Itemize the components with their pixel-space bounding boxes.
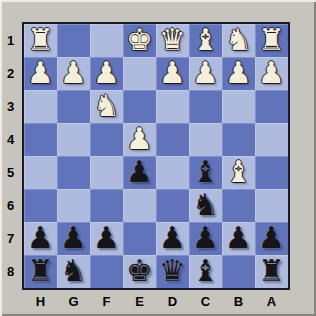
square-e8[interactable]: ♚ <box>123 255 156 288</box>
white-pawn[interactable]: ♟ <box>159 58 186 88</box>
square-a5[interactable] <box>255 156 288 189</box>
file-label-h: H <box>24 291 57 311</box>
square-a8[interactable]: ♜ <box>255 255 288 288</box>
black-king[interactable]: ♚ <box>126 256 153 286</box>
square-a6[interactable] <box>255 189 288 222</box>
square-f8[interactable] <box>90 255 123 288</box>
rank-label-2: 2 <box>0 57 21 90</box>
rank-labels: 12345678 <box>0 24 21 288</box>
square-h4[interactable] <box>24 123 57 156</box>
square-g7[interactable]: ♟ <box>57 222 90 255</box>
square-e7[interactable] <box>123 222 156 255</box>
square-d6[interactable] <box>156 189 189 222</box>
square-c4[interactable] <box>189 123 222 156</box>
rank-label-5: 5 <box>0 156 21 189</box>
square-h1[interactable]: ♜ <box>24 24 57 57</box>
white-pawn[interactable]: ♟ <box>27 58 54 88</box>
black-queen[interactable]: ♛ <box>159 256 186 286</box>
square-e2[interactable] <box>123 57 156 90</box>
file-label-g: G <box>57 291 90 311</box>
square-d4[interactable] <box>156 123 189 156</box>
black-rook[interactable]: ♜ <box>258 256 285 286</box>
white-pawn[interactable]: ♟ <box>225 58 252 88</box>
square-c5[interactable]: ♝ <box>189 156 222 189</box>
square-d2[interactable]: ♟ <box>156 57 189 90</box>
square-e4[interactable]: ♟ <box>123 123 156 156</box>
black-pawn[interactable]: ♟ <box>126 157 153 187</box>
file-label-d: D <box>156 291 189 311</box>
white-knight[interactable]: ♞ <box>225 25 252 55</box>
black-pawn[interactable]: ♟ <box>192 223 219 253</box>
white-pawn[interactable]: ♟ <box>258 58 285 88</box>
square-h7[interactable]: ♟ <box>24 222 57 255</box>
black-pawn[interactable]: ♟ <box>27 223 54 253</box>
chess-app-window: 12345678 ♜♚♛♝♞♜♟♟♟♟♟♟♟♞♟♟♝♝♞♟♟♟♟♟♟♟♜♞♚♛♝… <box>0 0 316 316</box>
square-d5[interactable] <box>156 156 189 189</box>
square-g1[interactable] <box>57 24 90 57</box>
square-d1[interactable]: ♛ <box>156 24 189 57</box>
white-rook[interactable]: ♜ <box>258 25 285 55</box>
square-a2[interactable]: ♟ <box>255 57 288 90</box>
black-pawn[interactable]: ♟ <box>225 223 252 253</box>
square-f3[interactable]: ♞ <box>90 90 123 123</box>
square-b8[interactable] <box>222 255 255 288</box>
file-label-c: C <box>189 291 222 311</box>
square-g4[interactable] <box>57 123 90 156</box>
square-c3[interactable] <box>189 90 222 123</box>
square-b3[interactable] <box>222 90 255 123</box>
square-h2[interactable]: ♟ <box>24 57 57 90</box>
square-f1[interactable] <box>90 24 123 57</box>
square-e3[interactable] <box>123 90 156 123</box>
file-label-e: E <box>123 291 156 311</box>
square-e6[interactable] <box>123 189 156 222</box>
rank-label-7: 7 <box>0 222 21 255</box>
square-b7[interactable]: ♟ <box>222 222 255 255</box>
white-bishop[interactable]: ♝ <box>225 157 252 187</box>
white-queen[interactable]: ♛ <box>159 25 186 55</box>
black-pawn[interactable]: ♟ <box>93 223 120 253</box>
square-a1[interactable]: ♜ <box>255 24 288 57</box>
square-a7[interactable]: ♟ <box>255 222 288 255</box>
white-bishop[interactable]: ♝ <box>192 25 219 55</box>
white-pawn[interactable]: ♟ <box>60 58 87 88</box>
square-a3[interactable] <box>255 90 288 123</box>
square-c8[interactable]: ♝ <box>189 255 222 288</box>
square-h3[interactable] <box>24 90 57 123</box>
white-knight[interactable]: ♞ <box>93 91 120 121</box>
chess-board-frame: ♜♚♛♝♞♜♟♟♟♟♟♟♟♞♟♟♝♝♞♟♟♟♟♟♟♟♜♞♚♛♝♜ <box>22 22 290 290</box>
rank-label-4: 4 <box>0 123 21 156</box>
square-d8[interactable]: ♛ <box>156 255 189 288</box>
white-pawn[interactable]: ♟ <box>126 124 153 154</box>
square-g2[interactable]: ♟ <box>57 57 90 90</box>
square-c7[interactable]: ♟ <box>189 222 222 255</box>
square-f7[interactable]: ♟ <box>90 222 123 255</box>
square-f6[interactable] <box>90 189 123 222</box>
white-pawn[interactable]: ♟ <box>192 58 219 88</box>
square-f4[interactable] <box>90 123 123 156</box>
square-g3[interactable] <box>57 90 90 123</box>
black-pawn[interactable]: ♟ <box>159 223 186 253</box>
square-f2[interactable]: ♟ <box>90 57 123 90</box>
chess-board: ♜♚♛♝♞♜♟♟♟♟♟♟♟♞♟♟♝♝♞♟♟♟♟♟♟♟♜♞♚♛♝♜ <box>24 24 288 288</box>
square-h6[interactable] <box>24 189 57 222</box>
square-b2[interactable]: ♟ <box>222 57 255 90</box>
black-pawn[interactable]: ♟ <box>60 223 87 253</box>
square-b5[interactable]: ♝ <box>222 156 255 189</box>
square-b6[interactable] <box>222 189 255 222</box>
square-f5[interactable] <box>90 156 123 189</box>
black-knight[interactable]: ♞ <box>192 190 219 220</box>
file-labels: HGFEDCBA <box>24 291 288 311</box>
square-d3[interactable] <box>156 90 189 123</box>
file-label-f: F <box>90 291 123 311</box>
square-d7[interactable]: ♟ <box>156 222 189 255</box>
square-b4[interactable] <box>222 123 255 156</box>
black-bishop[interactable]: ♝ <box>192 157 219 187</box>
white-king[interactable]: ♚ <box>126 25 153 55</box>
square-e5[interactable]: ♟ <box>123 156 156 189</box>
square-b1[interactable]: ♞ <box>222 24 255 57</box>
rank-label-3: 3 <box>0 90 21 123</box>
square-h5[interactable] <box>24 156 57 189</box>
black-rook[interactable]: ♜ <box>27 256 54 286</box>
black-pawn[interactable]: ♟ <box>258 223 285 253</box>
white-rook[interactable]: ♜ <box>27 25 54 55</box>
square-h8[interactable]: ♜ <box>24 255 57 288</box>
rank-label-8: 8 <box>0 255 21 288</box>
file-label-a: A <box>255 291 288 311</box>
rank-label-1: 1 <box>0 24 21 57</box>
square-g8[interactable]: ♞ <box>57 255 90 288</box>
rank-label-6: 6 <box>0 189 21 222</box>
square-c1[interactable]: ♝ <box>189 24 222 57</box>
square-g6[interactable] <box>57 189 90 222</box>
square-c6[interactable]: ♞ <box>189 189 222 222</box>
file-label-b: B <box>222 291 255 311</box>
square-e1[interactable]: ♚ <box>123 24 156 57</box>
square-c2[interactable]: ♟ <box>189 57 222 90</box>
white-pawn[interactable]: ♟ <box>93 58 120 88</box>
square-a4[interactable] <box>255 123 288 156</box>
square-g5[interactable] <box>57 156 90 189</box>
black-bishop[interactable]: ♝ <box>192 256 219 286</box>
black-knight[interactable]: ♞ <box>60 256 87 286</box>
